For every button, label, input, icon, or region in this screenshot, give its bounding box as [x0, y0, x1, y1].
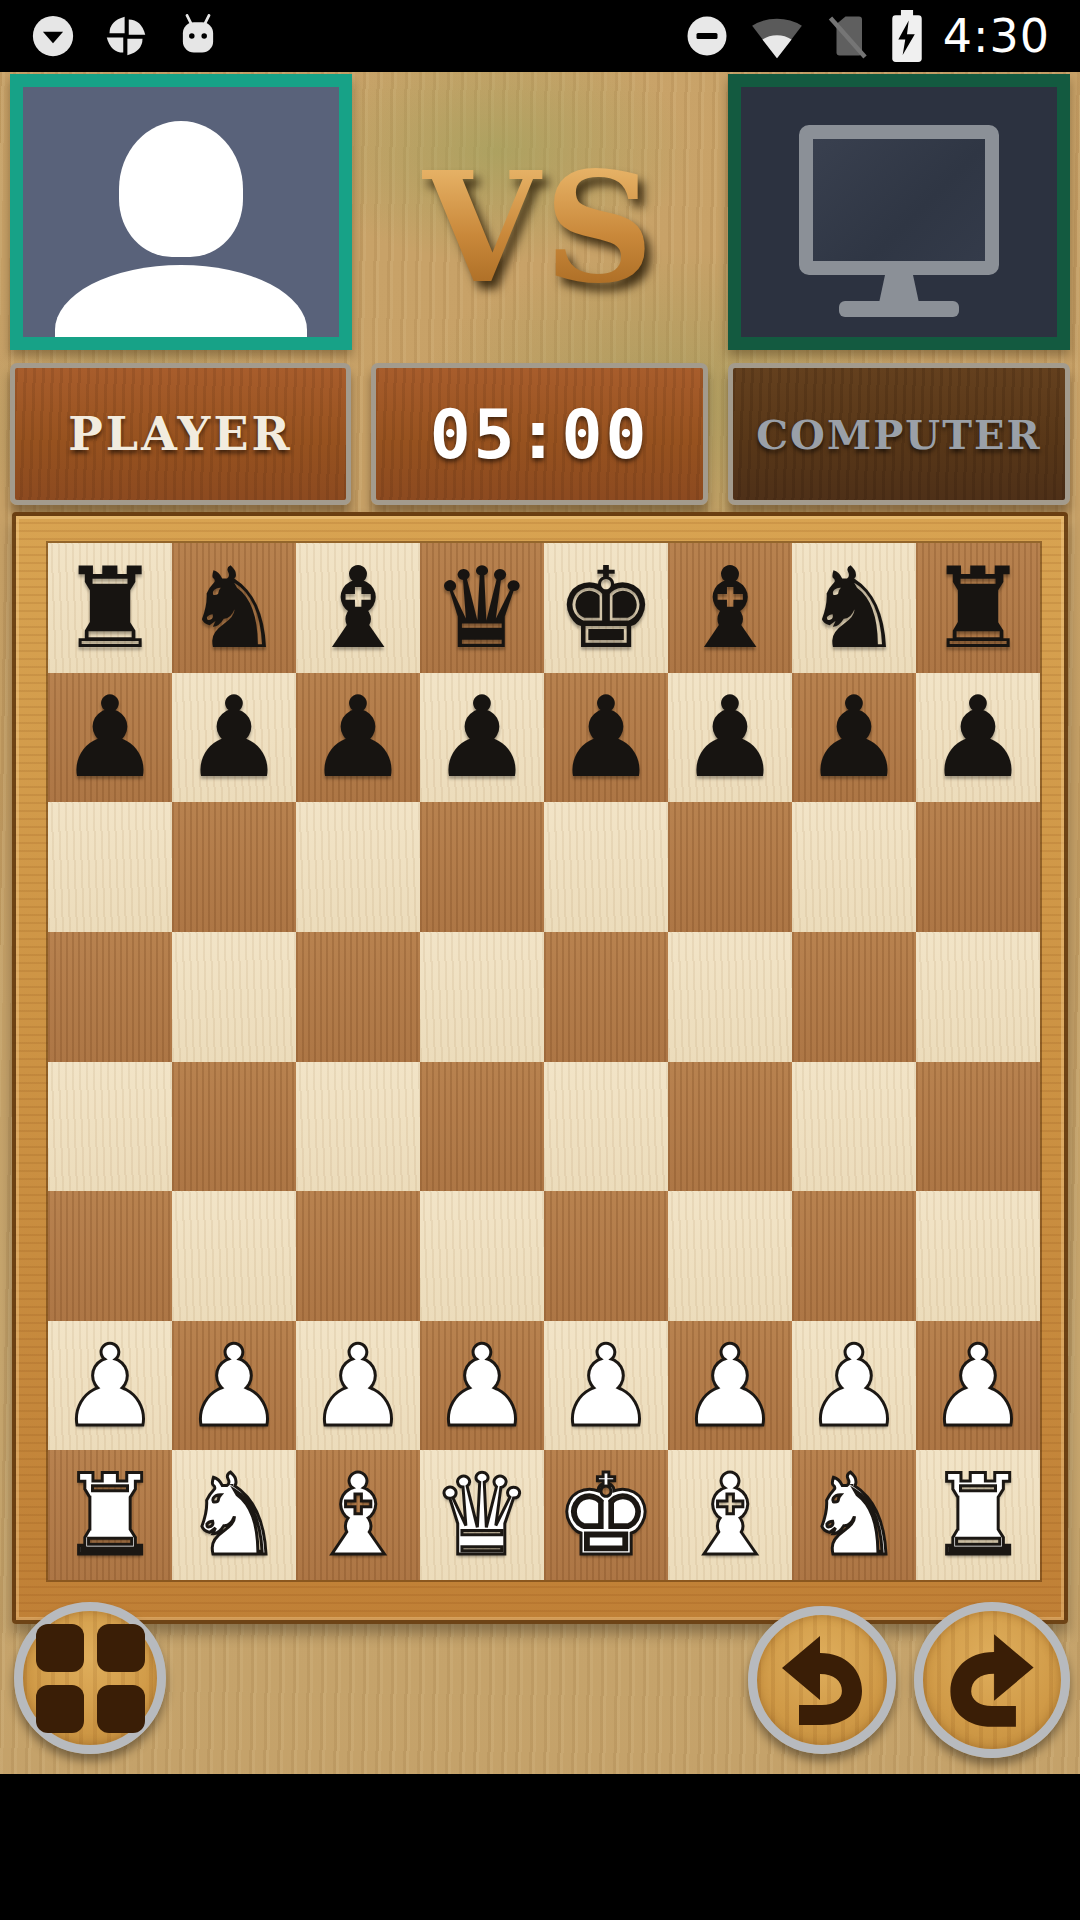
computer-avatar[interactable]: [728, 74, 1070, 350]
square-a8[interactable]: ♜: [48, 543, 172, 673]
piece-black-pawn: ♟: [680, 681, 780, 793]
piece-black-king: ♚: [556, 552, 656, 664]
square-b8[interactable]: ♞: [172, 543, 296, 673]
do-not-disturb-icon: [683, 12, 731, 60]
piece-white-bishop: ♝: [680, 1459, 780, 1571]
square-f5[interactable]: [668, 932, 792, 1062]
piece-black-pawn: ♟: [184, 681, 284, 793]
square-f1[interactable]: ♝: [668, 1450, 792, 1580]
piece-white-queen: ♛: [432, 1459, 532, 1571]
square-f2[interactable]: ♟: [668, 1321, 792, 1451]
piece-black-knight: ♞: [184, 552, 284, 664]
person-silhouette-icon: [119, 121, 243, 257]
piece-white-pawn: ♟: [680, 1330, 780, 1442]
piece-black-knight: ♞: [804, 552, 904, 664]
piece-black-bishop: ♝: [308, 552, 408, 664]
square-g4[interactable]: [792, 1062, 916, 1192]
square-g5[interactable]: [792, 932, 916, 1062]
square-d7[interactable]: ♟: [420, 673, 544, 803]
piece-black-queen: ♛: [432, 552, 532, 664]
piece-white-pawn: ♟: [432, 1330, 532, 1442]
piece-white-pawn: ♟: [184, 1330, 284, 1442]
square-a3[interactable]: [48, 1191, 172, 1321]
piece-white-rook: ♜: [928, 1459, 1028, 1571]
piece-black-pawn: ♟: [928, 681, 1028, 793]
monitor-stand: [879, 275, 919, 303]
square-e7[interactable]: ♟: [544, 673, 668, 803]
square-d4[interactable]: [420, 1062, 544, 1192]
square-f6[interactable]: [668, 802, 792, 932]
square-h6[interactable]: [916, 802, 1040, 932]
square-a7[interactable]: ♟: [48, 673, 172, 803]
square-g8[interactable]: ♞: [792, 543, 916, 673]
computer-label: COMPUTER: [756, 411, 1041, 458]
square-d6[interactable]: [420, 802, 544, 932]
square-f3[interactable]: [668, 1191, 792, 1321]
square-a5[interactable]: [48, 932, 172, 1062]
square-b5[interactable]: [172, 932, 296, 1062]
android-nav-bar: [0, 1774, 1080, 1920]
piece-black-pawn: ♟: [432, 681, 532, 793]
square-b3[interactable]: [172, 1191, 296, 1321]
square-e4[interactable]: [544, 1062, 668, 1192]
square-e8[interactable]: ♚: [544, 543, 668, 673]
menu-button[interactable]: [14, 1602, 166, 1754]
piece-white-pawn: ♟: [804, 1330, 904, 1442]
game-clock-panel: 05:00: [371, 363, 708, 505]
square-a2[interactable]: ♟: [48, 1321, 172, 1451]
square-b4[interactable]: [172, 1062, 296, 1192]
battery-charging-icon: [889, 10, 925, 62]
piece-white-pawn: ♟: [60, 1330, 160, 1442]
square-h8[interactable]: ♜: [916, 543, 1040, 673]
square-d2[interactable]: ♟: [420, 1321, 544, 1451]
square-f7[interactable]: ♟: [668, 673, 792, 803]
square-e2[interactable]: ♟: [544, 1321, 668, 1451]
square-f4[interactable]: [668, 1062, 792, 1192]
piece-black-rook: ♜: [928, 552, 1028, 664]
square-h4[interactable]: [916, 1062, 1040, 1192]
player-avatar[interactable]: [10, 74, 352, 350]
piece-white-knight: ♞: [804, 1459, 904, 1571]
square-c5[interactable]: [296, 932, 420, 1062]
square-e3[interactable]: [544, 1191, 668, 1321]
square-c3[interactable]: [296, 1191, 420, 1321]
square-g1[interactable]: ♞: [792, 1450, 916, 1580]
piece-white-bishop: ♝: [308, 1459, 408, 1571]
vs-label: VS: [422, 152, 658, 304]
square-d3[interactable]: [420, 1191, 544, 1321]
chess-board-frame: ♜♞♝♛♚♝♞♜♟♟♟♟♟♟♟♟♟♟♟♟♟♟♟♟♜♞♝♛♚♝♞♜: [12, 512, 1068, 1624]
piece-black-pawn: ♟: [308, 681, 408, 793]
chess-app-screen: { "game": "chess", "position": { "fen": …: [0, 0, 1080, 1920]
piece-white-pawn: ♟: [308, 1330, 408, 1442]
piece-white-king: ♚: [556, 1459, 656, 1571]
piece-black-pawn: ♟: [804, 681, 904, 793]
wifi-icon: [749, 12, 805, 60]
square-h2[interactable]: ♟: [916, 1321, 1040, 1451]
redo-button[interactable]: [914, 1602, 1070, 1758]
piece-black-pawn: ♟: [60, 681, 160, 793]
square-f8[interactable]: ♝: [668, 543, 792, 673]
chevron-down-circle-icon: [30, 13, 76, 59]
square-c7[interactable]: ♟: [296, 673, 420, 803]
person-silhouette-shoulders: [55, 265, 307, 350]
photos-pinwheel-icon: [104, 14, 148, 58]
square-d8[interactable]: ♛: [420, 543, 544, 673]
square-d1[interactable]: ♛: [420, 1450, 544, 1580]
square-e1[interactable]: ♚: [544, 1450, 668, 1580]
no-sim-icon: [823, 12, 871, 60]
status-time: 4:30: [943, 9, 1050, 63]
piece-black-bishop: ♝: [680, 552, 780, 664]
status-bar-left: [30, 13, 220, 59]
clock-time: 05:00: [430, 395, 650, 474]
player-label: PLAYER: [68, 407, 292, 461]
square-h1[interactable]: ♜: [916, 1450, 1040, 1580]
square-g6[interactable]: [792, 802, 916, 932]
menu-grid-icon: [36, 1624, 145, 1733]
monitor-base: [839, 301, 959, 317]
piece-white-pawn: ♟: [556, 1330, 656, 1442]
redo-arrow-icon: [940, 1628, 1044, 1732]
square-g3[interactable]: [792, 1191, 916, 1321]
square-g7[interactable]: ♟: [792, 673, 916, 803]
square-h3[interactable]: [916, 1191, 1040, 1321]
undo-arrow-icon: [772, 1630, 872, 1730]
piece-white-rook: ♜: [60, 1459, 160, 1571]
square-d5[interactable]: [420, 932, 544, 1062]
status-bar-right: 4:30: [683, 9, 1050, 63]
square-b1[interactable]: ♞: [172, 1450, 296, 1580]
vs-banner: VS: [352, 118, 728, 338]
square-c2[interactable]: ♟: [296, 1321, 420, 1451]
square-e6[interactable]: [544, 802, 668, 932]
square-e5[interactable]: [544, 932, 668, 1062]
square-a1[interactable]: ♜: [48, 1450, 172, 1580]
square-c6[interactable]: [296, 802, 420, 932]
square-a4[interactable]: [48, 1062, 172, 1192]
square-c1[interactable]: ♝: [296, 1450, 420, 1580]
square-b6[interactable]: [172, 802, 296, 932]
player-name-panel: PLAYER: [10, 363, 351, 505]
square-c8[interactable]: ♝: [296, 543, 420, 673]
square-h7[interactable]: ♟: [916, 673, 1040, 803]
chess-board: ♜♞♝♛♚♝♞♜♟♟♟♟♟♟♟♟♟♟♟♟♟♟♟♟♜♞♝♛♚♝♞♜: [48, 543, 1040, 1580]
undo-button[interactable]: [748, 1606, 896, 1754]
square-c4[interactable]: [296, 1062, 420, 1192]
android-marshmallow-icon: [176, 14, 220, 58]
square-b7[interactable]: ♟: [172, 673, 296, 803]
monitor-icon: [799, 125, 999, 275]
piece-white-knight: ♞: [184, 1459, 284, 1571]
square-b2[interactable]: ♟: [172, 1321, 296, 1451]
square-h5[interactable]: [916, 932, 1040, 1062]
piece-white-pawn: ♟: [928, 1330, 1028, 1442]
status-bar: 4:30: [0, 0, 1080, 72]
computer-name-panel: COMPUTER: [728, 363, 1070, 505]
piece-black-pawn: ♟: [556, 681, 656, 793]
square-a6[interactable]: [48, 802, 172, 932]
piece-black-rook: ♜: [60, 552, 160, 664]
square-g2[interactable]: ♟: [792, 1321, 916, 1451]
